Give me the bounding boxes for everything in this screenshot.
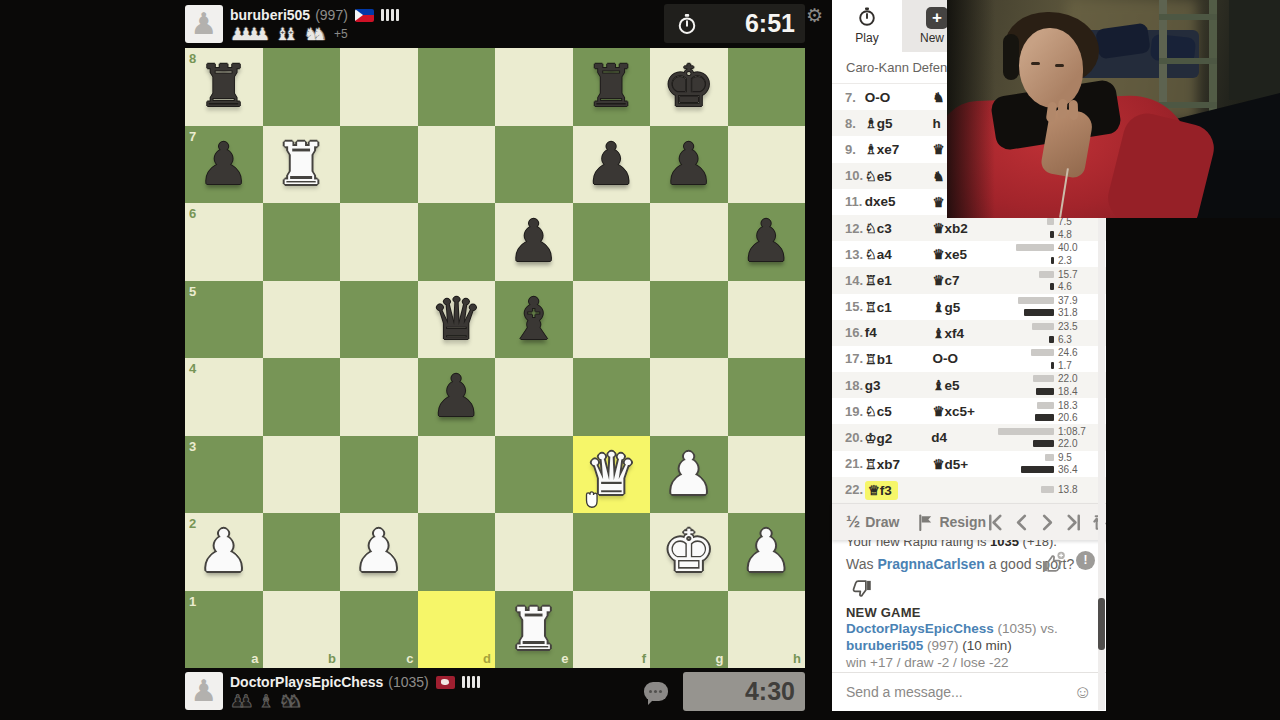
white-move[interactable]: ♕f3 — [865, 482, 933, 498]
square-g7[interactable]: ♟ — [650, 126, 728, 204]
square-c8[interactable] — [340, 48, 418, 126]
black-move[interactable]: ♛c7 — [932, 272, 1000, 288]
chat-input[interactable]: Send a message... — [846, 684, 963, 700]
move-row: 15.♖c1♝g537.931.8 — [832, 294, 1106, 320]
square-g5[interactable] — [650, 281, 728, 359]
square-c3[interactable] — [340, 436, 418, 514]
black-queen-piece[interactable]: ♛ — [418, 281, 496, 359]
opponent-link[interactable]: PragnnaCarlsen — [877, 556, 984, 572]
square-f4[interactable] — [573, 358, 651, 436]
square-h5[interactable] — [728, 281, 806, 359]
black-pawn-piece[interactable]: ♟ — [495, 203, 573, 281]
square-c7[interactable] — [340, 126, 418, 204]
square-h1[interactable]: h — [728, 591, 806, 669]
square-f1[interactable]: f — [573, 591, 651, 669]
square-d3[interactable] — [418, 436, 496, 514]
square-e8[interactable] — [495, 48, 573, 126]
move-number: 7. — [832, 90, 865, 105]
philippines-flag-icon — [355, 9, 374, 22]
bottom-clock-time: 4:30 — [745, 677, 795, 706]
white-move[interactable]: g3 — [865, 378, 933, 393]
square-h2[interactable]: ♟ — [728, 513, 806, 591]
new-game-stakes: win +17 / draw -2 / lose -22 — [846, 655, 1008, 670]
black-move[interactable]: ♝e5 — [932, 377, 1000, 393]
chat-bubble-icon[interactable] — [644, 682, 668, 701]
square-a3[interactable]: 3 — [185, 436, 263, 514]
move-number: 11. — [832, 194, 865, 209]
info-icon[interactable]: ! — [1076, 551, 1095, 570]
white-pawn-piece[interactable]: ♟ — [728, 513, 806, 591]
black-pawn-piece[interactable]: ♟ — [650, 126, 728, 204]
move-number: 8. — [832, 116, 865, 131]
white-move[interactable]: ♗xe7 — [865, 141, 933, 157]
square-a7[interactable]: 7♟ — [185, 126, 263, 204]
black-move[interactable]: ♛xc5+ — [932, 403, 1000, 419]
pawn-avatar-icon: ♟ — [191, 5, 218, 43]
move-times: 15.74.6 — [1000, 268, 1094, 293]
first-move-button[interactable] — [986, 513, 1005, 532]
white-move[interactable]: ♔g2 — [864, 430, 931, 446]
square-g3[interactable]: ♟ — [650, 436, 728, 514]
square-f7[interactable]: ♟ — [573, 126, 651, 204]
stream-frame: ♟ buruberi505(997) ♟♟♟♟♝♝♞♞+5 6:51 ⚙ 8♜♜… — [0, 0, 1280, 720]
black-rook-piece[interactable]: ♜ — [185, 48, 263, 126]
hand-cursor-icon — [581, 487, 603, 509]
square-b5[interactable] — [263, 281, 341, 359]
square-g6[interactable] — [650, 203, 728, 281]
black-pawn-piece[interactable]: ♟ — [573, 126, 651, 204]
square-a5[interactable]: 5 — [185, 281, 263, 359]
square-b3[interactable] — [263, 436, 341, 514]
square-c4[interactable] — [340, 358, 418, 436]
move-times: 7.54.8 — [1000, 216, 1094, 241]
top-captured-pieces: ♟♟♟♟♝♝♞♞+5 — [230, 24, 399, 44]
move-row: 20.♔g2d41:08.722.0 — [832, 424, 1106, 450]
connection-bars-icon — [462, 676, 480, 688]
rank-label: 5 — [189, 284, 196, 299]
bottom-player-clock: 4:30 — [683, 672, 805, 711]
square-a2[interactable]: 2♟ — [185, 513, 263, 591]
move-row: 17.♖b1O-O24.61.7 — [832, 346, 1106, 372]
square-f3[interactable]: ♛ — [573, 436, 651, 514]
black-move[interactable]: ♛xe5 — [932, 246, 1000, 262]
tab-play[interactable]: Play — [832, 0, 902, 52]
move-number: 9. — [832, 142, 865, 157]
white-move[interactable]: ♗g5 — [865, 115, 933, 131]
move-number: 16. — [832, 325, 865, 340]
captured-piece-group: ♞♞ — [303, 24, 319, 45]
rank-label: 1 — [189, 594, 196, 609]
square-b1[interactable]: b — [263, 591, 341, 669]
square-h6[interactable]: ♟ — [728, 203, 806, 281]
headphones — [1003, 34, 1019, 80]
white-move[interactable]: ♖c1 — [865, 299, 933, 315]
black-bishop-piece[interactable]: ♝ — [495, 281, 573, 359]
square-e4[interactable] — [495, 358, 573, 436]
thumbs-down-button[interactable] — [848, 576, 874, 602]
thumbs-up-button[interactable] — [1040, 550, 1066, 576]
file-label: c — [406, 651, 413, 666]
square-e3[interactable] — [495, 436, 573, 514]
stopwatch-icon — [857, 7, 877, 27]
move-number: 18. — [832, 378, 865, 393]
move-number: 21. — [832, 456, 865, 471]
white-pawn-piece[interactable]: ♟ — [185, 513, 263, 591]
bottom-player-info: DoctorPlaysEpicChess(1035) ♟♟♝♞♞ — [230, 673, 480, 711]
square-c2[interactable]: ♟ — [340, 513, 418, 591]
material-advantage: +5 — [334, 27, 348, 41]
captured-piece-group: ♟♟♟♟ — [230, 24, 263, 45]
square-e2[interactable] — [495, 513, 573, 591]
move-number: 14. — [832, 273, 865, 288]
square-d2[interactable] — [418, 513, 496, 591]
square-b7[interactable]: ♜ — [263, 126, 341, 204]
rank-label: 6 — [189, 206, 196, 221]
black-move[interactable]: O-O — [932, 351, 1000, 366]
webcam-feed — [947, 0, 1280, 218]
move-row: 14.♖e1♛c715.74.6 — [832, 267, 1106, 293]
move-number: 19. — [832, 404, 865, 419]
top-player-rating: (997) — [315, 7, 348, 23]
pawn-avatar-icon: ♟ — [191, 672, 218, 710]
square-f8[interactable]: ♜ — [573, 48, 651, 126]
square-b4[interactable] — [263, 358, 341, 436]
move-times: 13.8 — [1000, 484, 1094, 497]
file-label: b — [328, 651, 336, 666]
move-row: 16.f4♝xf423.56.3 — [832, 320, 1106, 346]
top-clock-time: 6:51 — [745, 9, 795, 38]
square-d7[interactable] — [418, 126, 496, 204]
square-e5[interactable]: ♝ — [495, 281, 573, 359]
move-row: 22.♕f313.8 — [832, 477, 1106, 503]
square-g8[interactable]: ♚ — [650, 48, 728, 126]
file-label: f — [642, 651, 646, 666]
plus-icon: + — [926, 7, 948, 29]
square-c5[interactable] — [340, 281, 418, 359]
square-f6[interactable] — [573, 203, 651, 281]
move-times: 22.018.4 — [1000, 373, 1094, 398]
top-player-name[interactable]: buruberi505 — [230, 7, 310, 23]
square-a8[interactable]: 8♜ — [185, 48, 263, 126]
move-number: 10. — [832, 168, 865, 183]
white-move[interactable]: f4 — [865, 325, 933, 340]
rank-label: 4 — [189, 361, 196, 376]
avatar[interactable]: ♟ — [185, 672, 223, 710]
move-row: 18.g3♝e522.018.4 — [832, 372, 1106, 398]
square-e1[interactable]: e♜ — [495, 591, 573, 669]
square-g1[interactable]: g — [650, 591, 728, 669]
black-move[interactable]: ♛d5+ — [932, 456, 1000, 472]
square-a1[interactable]: 1a — [185, 591, 263, 669]
bottom-player-name[interactable]: DoctorPlaysEpicChess — [230, 674, 383, 690]
bottom-captured-pieces: ♟♟♝♞♞ — [230, 691, 480, 711]
white-move[interactable]: ♘a4 — [865, 246, 933, 262]
square-d4[interactable]: ♟ — [418, 358, 496, 436]
move-times: 9.536.4 — [1000, 451, 1094, 476]
square-c1[interactable]: c — [340, 591, 418, 669]
black-move[interactable]: ♝g5 — [932, 299, 1000, 315]
white-move[interactable]: dxe5 — [865, 194, 933, 209]
move-times: 18.320.6 — [1000, 399, 1094, 424]
square-g4[interactable] — [650, 358, 728, 436]
resign-button[interactable]: Resign — [917, 514, 986, 531]
black-pawn-piece[interactable]: ♟ — [185, 126, 263, 204]
move-times: 23.56.3 — [1000, 320, 1094, 345]
square-f2[interactable] — [573, 513, 651, 591]
square-b6[interactable] — [263, 203, 341, 281]
smiley-icon[interactable]: ☺ — [1074, 682, 1092, 703]
square-f5[interactable] — [573, 281, 651, 359]
black-move[interactable]: ♛xb2 — [932, 220, 1000, 236]
square-b2[interactable] — [263, 513, 341, 591]
move-number: 17. — [832, 351, 865, 366]
square-a6[interactable]: 6 — [185, 203, 263, 281]
captured-piece-group: ♞♞ — [279, 691, 295, 712]
black-king-piece[interactable]: ♚ — [650, 48, 728, 126]
move-number: 12. — [832, 221, 865, 236]
white-move[interactable]: O-O — [865, 90, 933, 105]
white-pawn-piece[interactable]: ♟ — [650, 436, 728, 514]
square-b8[interactable] — [263, 48, 341, 126]
rank-label: 3 — [189, 439, 196, 454]
player1-link[interactable]: DoctorPlaysEpicChess — [846, 621, 994, 636]
square-h4[interactable] — [728, 358, 806, 436]
panel-scrollbar-thumb[interactable] — [1098, 598, 1105, 650]
captured-piece-group: ♝ — [258, 691, 266, 712]
white-move[interactable]: ♘e5 — [865, 168, 933, 184]
square-d6[interactable] — [418, 203, 496, 281]
square-d1[interactable]: d — [418, 591, 496, 669]
move-times: 40.02.3 — [1000, 242, 1094, 267]
connection-bars-icon — [381, 9, 399, 21]
white-pawn-piece[interactable]: ♟ — [340, 513, 418, 591]
move-row: 21.♖xb7♛d5+9.536.4 — [832, 451, 1106, 477]
square-h3[interactable] — [728, 436, 806, 514]
bottom-player-rating: (1035) — [388, 674, 428, 690]
white-move[interactable]: ♖b1 — [865, 351, 933, 367]
file-label: a — [251, 651, 258, 666]
resign-flag-icon — [917, 514, 934, 531]
top-player-clock: 6:51 — [664, 4, 805, 43]
move-number: 13. — [832, 247, 865, 262]
new-game-player2: buruberi505 (997) (10 min) — [846, 638, 1012, 653]
red-flag-icon — [436, 676, 455, 689]
gear-icon[interactable]: ⚙ — [806, 4, 823, 27]
move-row: 12.♘c3♛xb27.54.8 — [832, 215, 1106, 241]
draw-button[interactable]: ½ Draw — [846, 512, 899, 532]
new-game-header: NEW GAME — [846, 605, 921, 620]
white-move[interactable]: ♖xb7 — [865, 456, 933, 472]
move-number: 15. — [832, 299, 865, 314]
square-h8[interactable] — [728, 48, 806, 126]
game-controls: ½ Draw Resign — [832, 503, 1106, 540]
player2-link[interactable]: buruberi505 — [846, 638, 923, 653]
white-rook-piece[interactable]: ♜ — [495, 591, 573, 669]
move-row: 19.♘c5♛xc5+18.320.6 — [832, 398, 1106, 424]
captured-piece-group: ♟♟ — [230, 691, 246, 712]
previous-move-button[interactable] — [1012, 513, 1031, 532]
move-number: 20. — [832, 430, 864, 445]
chess-board[interactable]: 8♜♜♚7♟♜♟♟6♟♟5♛♝4♟3♛♟2♟♟♚♟1abcde♜fgh — [185, 48, 805, 668]
captured-piece-group: ♝♝ — [275, 24, 291, 45]
square-d8[interactable] — [418, 48, 496, 126]
black-rook-piece[interactable]: ♜ — [573, 48, 651, 126]
white-move[interactable]: ♘c5 — [865, 403, 933, 419]
move-row: 13.♘a4♛xe540.02.3 — [832, 241, 1106, 267]
half-icon: ½ — [846, 512, 860, 532]
file-label: d — [483, 651, 491, 666]
square-d5[interactable]: ♛ — [418, 281, 496, 359]
move-number: 22. — [832, 482, 865, 497]
white-king-piece[interactable]: ♚ — [650, 513, 728, 591]
new-game-player1: DoctorPlaysEpicChess (1035) vs. — [846, 621, 1058, 636]
white-move[interactable]: ♖e1 — [865, 272, 933, 288]
file-label: h — [793, 651, 801, 666]
black-pawn-piece[interactable]: ♟ — [418, 358, 496, 436]
stopwatch-icon — [676, 13, 698, 35]
black-move[interactable]: d4 — [931, 430, 998, 445]
chat-bar: Send a message... ☺ — [832, 672, 1106, 711]
square-a4[interactable]: 4 — [185, 358, 263, 436]
avatar[interactable]: ♟ — [185, 5, 223, 43]
move-times: 1:08.722.0 — [998, 425, 1094, 450]
square-g2[interactable]: ♚ — [650, 513, 728, 591]
last-move-button[interactable] — [1064, 513, 1083, 532]
square-c6[interactable] — [340, 203, 418, 281]
square-e7[interactable] — [495, 126, 573, 204]
square-h7[interactable] — [728, 126, 806, 204]
move-times: 37.931.8 — [1000, 294, 1094, 319]
black-pawn-piece[interactable]: ♟ — [728, 203, 806, 281]
next-move-button[interactable] — [1038, 513, 1057, 532]
file-label: g — [716, 651, 724, 666]
square-e6[interactable]: ♟ — [495, 203, 573, 281]
black-move[interactable]: ♝xf4 — [932, 325, 1000, 341]
top-player-info: buruberi505(997) ♟♟♟♟♝♝♞♞+5 — [230, 6, 399, 44]
white-rook-piece[interactable]: ♜ — [263, 126, 341, 204]
white-move[interactable]: ♘c3 — [865, 220, 933, 236]
move-times: 24.61.7 — [1000, 346, 1094, 371]
